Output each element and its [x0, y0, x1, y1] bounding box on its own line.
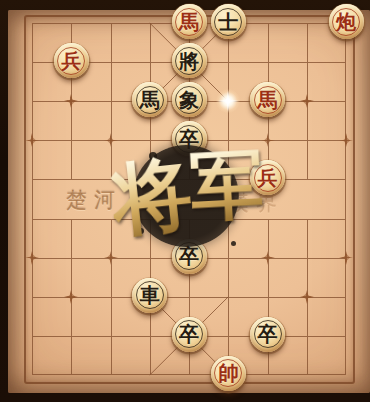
red-soldier[interactable]: 兵 [54, 43, 89, 78]
piece-character: 車 [140, 285, 160, 305]
black-soldier[interactable]: 卒 [172, 121, 207, 156]
piece-character: 士 [218, 11, 238, 31]
black-chariot[interactable]: 車 [132, 278, 167, 313]
board-grid[interactable]: 楚河 漢界 馬士炮兵將馬象馬卒兵卒車卒卒帥 将 军 [32, 23, 346, 375]
black-advisor[interactable]: 士 [211, 4, 246, 39]
piece-character: 馬 [179, 11, 199, 31]
piece-character: 卒 [179, 324, 199, 344]
red-horse[interactable]: 馬 [250, 82, 285, 117]
piece-character: 將 [179, 50, 199, 70]
red-cannon[interactable]: 炮 [329, 4, 364, 39]
black-soldier[interactable]: 卒 [172, 317, 207, 352]
xiangqi-board: 楚河 漢界 馬士炮兵將馬象馬卒兵卒車卒卒帥 将 军 [8, 10, 370, 393]
piece-character: 卒 [179, 128, 199, 148]
piece-character: 馬 [140, 89, 160, 109]
black-soldier[interactable]: 卒 [172, 239, 207, 274]
piece-character: 兵 [258, 167, 278, 187]
piece-character: 卒 [179, 246, 199, 266]
xiangqi-app-screen: 楚河 漢界 馬士炮兵將馬象馬卒兵卒車卒卒帥 将 军 [0, 0, 370, 402]
piece-character: 炮 [336, 11, 356, 31]
piece-character: 兵 [61, 50, 81, 70]
piece-character: 象 [179, 89, 199, 109]
piece-character: 馬 [258, 89, 278, 109]
red-horse[interactable]: 馬 [172, 4, 207, 39]
black-general[interactable]: 將 [172, 43, 207, 78]
piece-character: 卒 [258, 324, 278, 344]
black-elephant[interactable]: 象 [172, 82, 207, 117]
piece-character: 帥 [218, 363, 238, 383]
black-soldier[interactable]: 卒 [250, 317, 285, 352]
red-general[interactable]: 帥 [211, 356, 246, 391]
